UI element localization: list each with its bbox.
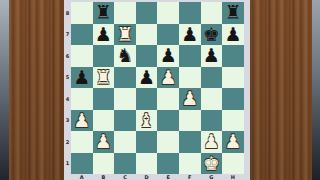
black-pawn[interactable]: ♟: [95, 25, 112, 44]
square-f3[interactable]: [179, 110, 201, 132]
square-h5[interactable]: [222, 67, 244, 89]
rank-label-1: 1: [64, 153, 71, 175]
square-e4[interactable]: [157, 88, 179, 110]
square-b7[interactable]: ♟: [93, 24, 115, 46]
square-c1[interactable]: [114, 153, 136, 175]
square-b2[interactable]: ♟: [93, 131, 115, 153]
square-a7[interactable]: [71, 24, 93, 46]
black-pawn[interactable]: ♟: [224, 25, 241, 44]
rank-label-8: 8: [64, 2, 71, 24]
square-f1[interactable]: [179, 153, 201, 175]
square-e8[interactable]: [157, 2, 179, 24]
black-knight[interactable]: ♞: [116, 46, 133, 65]
black-pawn[interactable]: ♟: [160, 46, 177, 65]
square-h8[interactable]: ♜: [222, 2, 244, 24]
square-a8[interactable]: [71, 2, 93, 24]
square-f4[interactable]: ♟: [179, 88, 201, 110]
square-c7[interactable]: ♜: [114, 24, 136, 46]
square-c2[interactable]: [114, 131, 136, 153]
square-h3[interactable]: [222, 110, 244, 132]
black-rook[interactable]: ♜: [224, 3, 241, 22]
square-f2[interactable]: [179, 131, 201, 153]
white-rook[interactable]: ♜: [95, 68, 112, 87]
square-e1[interactable]: [157, 153, 179, 175]
file-label-d: D: [136, 174, 158, 180]
square-g6[interactable]: ♟: [201, 45, 223, 67]
square-b6[interactable]: [93, 45, 115, 67]
square-e7[interactable]: [157, 24, 179, 46]
rank-label-3: 3: [64, 110, 71, 132]
chess-board: ♜♜♟♜♟♚♟♞♟♟♟♜♟♟♟♟♝♟♟♟♚: [71, 2, 244, 174]
square-h6[interactable]: [222, 45, 244, 67]
square-a4[interactable]: [71, 88, 93, 110]
square-d8[interactable]: [136, 2, 158, 24]
rank-label-5: 5: [64, 67, 71, 89]
black-pawn[interactable]: ♟: [203, 46, 220, 65]
file-label-h: H: [222, 174, 244, 180]
square-h4[interactable]: [222, 88, 244, 110]
square-a5[interactable]: ♟: [71, 67, 93, 89]
file-label-g: G: [201, 174, 223, 180]
white-bishop[interactable]: ♝: [138, 111, 155, 130]
white-pawn[interactable]: ♟: [224, 132, 241, 151]
square-c5[interactable]: [114, 67, 136, 89]
square-d6[interactable]: [136, 45, 158, 67]
white-rook[interactable]: ♜: [116, 25, 133, 44]
square-g5[interactable]: [201, 67, 223, 89]
square-g2[interactable]: ♟: [201, 131, 223, 153]
video-frame: 87654321 ♜♜♟♜♟♚♟♞♟♟♟♜♟♟♟♟♝♟♟♟♚ ABCDEFGH: [0, 0, 320, 180]
rank-label-4: 4: [64, 88, 71, 110]
square-a1[interactable]: [71, 153, 93, 175]
file-label-f: F: [179, 174, 201, 180]
file-label-a: A: [71, 174, 93, 180]
square-b3[interactable]: [93, 110, 115, 132]
rank-label-2: 2: [64, 131, 71, 153]
white-pawn[interactable]: ♟: [73, 111, 90, 130]
square-f5[interactable]: [179, 67, 201, 89]
square-g4[interactable]: [201, 88, 223, 110]
left-edge-gradient: [0, 0, 9, 180]
square-a3[interactable]: ♟: [71, 110, 93, 132]
file-label-c: C: [114, 174, 136, 180]
square-b4[interactable]: [93, 88, 115, 110]
square-e2[interactable]: [157, 131, 179, 153]
square-b5[interactable]: ♜: [93, 67, 115, 89]
black-rook[interactable]: ♜: [95, 3, 112, 22]
rank-label-6: 6: [64, 45, 71, 67]
square-b8[interactable]: ♜: [93, 2, 115, 24]
square-c4[interactable]: [114, 88, 136, 110]
file-label-e: E: [157, 174, 179, 180]
right-edge-gradient: [312, 0, 320, 180]
white-pawn[interactable]: ♟: [181, 89, 198, 108]
square-e6[interactable]: ♟: [157, 45, 179, 67]
square-f6[interactable]: [179, 45, 201, 67]
square-d5[interactable]: ♟: [136, 67, 158, 89]
square-e5[interactable]: ♟: [157, 67, 179, 89]
square-e3[interactable]: [157, 110, 179, 132]
rank-label-7: 7: [64, 24, 71, 46]
black-pawn[interactable]: ♟: [73, 68, 90, 87]
black-pawn[interactable]: ♟: [138, 68, 155, 87]
white-king[interactable]: ♚: [203, 154, 220, 173]
square-g3[interactable]: [201, 110, 223, 132]
square-f8[interactable]: [179, 2, 201, 24]
square-c8[interactable]: [114, 2, 136, 24]
square-d7[interactable]: [136, 24, 158, 46]
square-c3[interactable]: [114, 110, 136, 132]
chess-board-frame: 87654321 ♜♜♟♜♟♚♟♞♟♟♟♜♟♟♟♟♝♟♟♟♚ ABCDEFGH: [64, 0, 250, 180]
square-d4[interactable]: [136, 88, 158, 110]
square-d2[interactable]: [136, 131, 158, 153]
white-pawn[interactable]: ♟: [203, 132, 220, 151]
square-h1[interactable]: [222, 153, 244, 175]
file-labels: ABCDEFGH: [71, 174, 244, 180]
square-d3[interactable]: ♝: [136, 110, 158, 132]
black-king[interactable]: ♚: [203, 25, 220, 44]
white-pawn[interactable]: ♟: [95, 132, 112, 151]
square-g1[interactable]: ♚: [201, 153, 223, 175]
square-a6[interactable]: [71, 45, 93, 67]
square-h2[interactable]: ♟: [222, 131, 244, 153]
black-pawn[interactable]: ♟: [181, 25, 198, 44]
square-f7[interactable]: ♟: [179, 24, 201, 46]
white-pawn[interactable]: ♟: [160, 68, 177, 87]
square-h7[interactable]: ♟: [222, 24, 244, 46]
square-g8[interactable]: [201, 2, 223, 24]
square-b1[interactable]: [93, 153, 115, 175]
square-d1[interactable]: [136, 153, 158, 175]
file-label-b: B: [93, 174, 115, 180]
square-a2[interactable]: [71, 131, 93, 153]
square-g7[interactable]: ♚: [201, 24, 223, 46]
square-c6[interactable]: ♞: [114, 45, 136, 67]
